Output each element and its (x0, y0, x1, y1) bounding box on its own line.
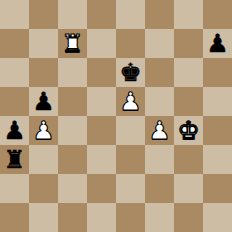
square-f1[interactable] (145, 203, 174, 232)
chess-board: ♜♟♚♟♟♟♟♟♚♜ (0, 0, 232, 232)
square-c5[interactable] (58, 87, 87, 116)
white-pawn-icon[interactable]: ♟ (148, 116, 170, 145)
square-b6[interactable] (29, 58, 58, 87)
square-c6[interactable] (58, 58, 87, 87)
square-f4[interactable]: ♟ (145, 116, 174, 145)
black-king-icon[interactable]: ♚ (119, 58, 141, 87)
square-f7[interactable] (145, 29, 174, 58)
square-a8[interactable] (0, 0, 29, 29)
square-c3[interactable] (58, 145, 87, 174)
square-b7[interactable] (29, 29, 58, 58)
square-h8[interactable] (203, 0, 232, 29)
square-b3[interactable] (29, 145, 58, 174)
square-h5[interactable] (203, 87, 232, 116)
square-d3[interactable] (87, 145, 116, 174)
square-c8[interactable] (58, 0, 87, 29)
square-h7[interactable]: ♟ (203, 29, 232, 58)
square-c1[interactable] (58, 203, 87, 232)
square-e8[interactable] (116, 0, 145, 29)
square-d1[interactable] (87, 203, 116, 232)
square-d5[interactable] (87, 87, 116, 116)
square-d2[interactable] (87, 174, 116, 203)
square-e4[interactable] (116, 116, 145, 145)
square-b5[interactable]: ♟ (29, 87, 58, 116)
square-b1[interactable] (29, 203, 58, 232)
white-pawn-icon[interactable]: ♟ (119, 87, 141, 116)
square-a4[interactable]: ♟ (0, 116, 29, 145)
white-king-icon[interactable]: ♚ (177, 116, 199, 145)
black-pawn-icon[interactable]: ♟ (206, 29, 228, 58)
square-f8[interactable] (145, 0, 174, 29)
square-c7[interactable]: ♜ (58, 29, 87, 58)
square-g3[interactable] (174, 145, 203, 174)
black-pawn-icon[interactable]: ♟ (32, 87, 54, 116)
white-rook-icon[interactable]: ♜ (61, 29, 83, 58)
square-e7[interactable] (116, 29, 145, 58)
square-c2[interactable] (58, 174, 87, 203)
square-b8[interactable] (29, 0, 58, 29)
square-a5[interactable] (0, 87, 29, 116)
square-a3[interactable]: ♜ (0, 145, 29, 174)
square-a2[interactable] (0, 174, 29, 203)
black-pawn-icon[interactable]: ♟ (3, 116, 25, 145)
square-h6[interactable] (203, 58, 232, 87)
square-f2[interactable] (145, 174, 174, 203)
square-c4[interactable] (58, 116, 87, 145)
square-b4[interactable]: ♟ (29, 116, 58, 145)
square-g8[interactable] (174, 0, 203, 29)
square-a7[interactable] (0, 29, 29, 58)
square-d4[interactable] (87, 116, 116, 145)
square-a6[interactable] (0, 58, 29, 87)
square-g2[interactable] (174, 174, 203, 203)
square-d8[interactable] (87, 0, 116, 29)
square-f5[interactable] (145, 87, 174, 116)
white-pawn-icon[interactable]: ♟ (32, 116, 54, 145)
square-g5[interactable] (174, 87, 203, 116)
square-e5[interactable]: ♟ (116, 87, 145, 116)
square-b2[interactable] (29, 174, 58, 203)
square-e3[interactable] (116, 145, 145, 174)
square-g1[interactable] (174, 203, 203, 232)
square-e1[interactable] (116, 203, 145, 232)
square-f6[interactable] (145, 58, 174, 87)
square-g6[interactable] (174, 58, 203, 87)
square-g4[interactable]: ♚ (174, 116, 203, 145)
square-h1[interactable] (203, 203, 232, 232)
square-a1[interactable] (0, 203, 29, 232)
square-f3[interactable] (145, 145, 174, 174)
square-e2[interactable] (116, 174, 145, 203)
black-rook-icon[interactable]: ♜ (3, 145, 25, 174)
square-d6[interactable] (87, 58, 116, 87)
square-h3[interactable] (203, 145, 232, 174)
square-d7[interactable] (87, 29, 116, 58)
square-g7[interactable] (174, 29, 203, 58)
square-h4[interactable] (203, 116, 232, 145)
square-e6[interactable]: ♚ (116, 58, 145, 87)
square-h2[interactable] (203, 174, 232, 203)
